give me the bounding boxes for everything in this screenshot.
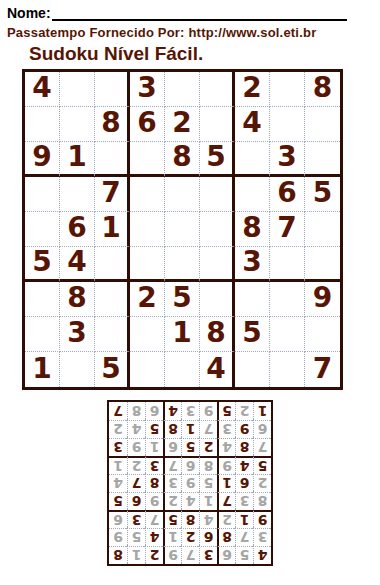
puzzle-cell-r8c1 [25, 317, 60, 352]
solution-cell-r8c1: 6 [253, 420, 271, 438]
puzzle-cell-r4c1 [25, 177, 60, 212]
puzzle-cell-r2c3: 8 [95, 107, 130, 142]
puzzle-cell-r8c8 [270, 317, 305, 352]
puzzle-cell-r8c5: 1 [165, 317, 200, 352]
solution-cell-r7c2: 8 [235, 438, 253, 456]
puzzle-cell-r5c1 [25, 212, 60, 247]
solution-cell-r5c8: 7 [127, 474, 145, 492]
puzzle-cell-r1c9: 8 [305, 72, 340, 107]
solution-cell-r9c9: 7 [109, 402, 127, 420]
puzzle-cell-r1c5 [165, 72, 200, 107]
puzzle-cell-r6c5 [165, 247, 200, 282]
solution-cell-r4c4: 1 [199, 492, 217, 510]
name-blank-line [52, 6, 347, 21]
puzzle-cell-r7c7 [235, 282, 270, 317]
puzzle-cell-r5c4 [130, 212, 165, 247]
solution-cell-r7c3: 4 [217, 438, 235, 456]
name-label: Nome: [7, 5, 51, 21]
puzzle-cell-r7c6 [200, 282, 235, 317]
puzzle-cell-r7c3 [95, 282, 130, 317]
puzzle-cell-r3c3 [95, 142, 130, 177]
solution-cell-r3c4: 4 [199, 510, 217, 528]
solution-cell-r9c6: 4 [163, 402, 181, 420]
puzzle-cell-r6c8 [270, 247, 305, 282]
sudoku-solution-grid-rotated: 4563792183786214599124857368371429652615… [107, 400, 273, 566]
solution-cell-r2c6: 1 [163, 528, 181, 546]
solution-cell-r6c2: 4 [235, 456, 253, 474]
solution-cell-r8c4: 7 [199, 420, 217, 438]
solution-cell-r6c7: 3 [145, 456, 163, 474]
solution-cell-r9c8: 8 [127, 402, 145, 420]
solution-cell-r6c6: 7 [163, 456, 181, 474]
puzzle-cell-r9c7 [235, 352, 270, 387]
puzzle-cell-r6c7: 3 [235, 247, 270, 282]
solution-cell-r4c2: 3 [235, 492, 253, 510]
puzzle-cell-r5c5 [165, 212, 200, 247]
puzzle-cell-r3c6: 5 [200, 142, 235, 177]
solution-cell-r5c9: 4 [109, 474, 127, 492]
solution-cell-r8c8: 4 [127, 420, 145, 438]
puzzle-cell-r7c1 [25, 282, 60, 317]
puzzle-cell-r4c6 [200, 177, 235, 212]
solution-cell-r3c6: 5 [163, 510, 181, 528]
sudoku-puzzle-grid: 43288624918537656187543825931851547 [22, 69, 343, 390]
solution-cell-r1c2: 5 [235, 546, 253, 564]
solution-cell-r7c8: 9 [127, 438, 145, 456]
puzzle-cell-r2c5: 2 [165, 107, 200, 142]
puzzle-cell-r6c9 [305, 247, 340, 282]
puzzle-cell-r5c9 [305, 212, 340, 247]
solution-cell-r1c3: 6 [217, 546, 235, 564]
solution-cell-r2c5: 2 [181, 528, 199, 546]
puzzle-cell-r4c7 [235, 177, 270, 212]
solution-cell-r4c9: 5 [109, 492, 127, 510]
puzzle-cell-r9c1: 1 [25, 352, 60, 387]
solution-cell-r3c9: 6 [109, 510, 127, 528]
solution-cell-r4c3: 7 [217, 492, 235, 510]
puzzle-cell-r2c8 [270, 107, 305, 142]
solution-cell-r3c1: 9 [253, 510, 271, 528]
solution-cell-r2c2: 7 [235, 528, 253, 546]
puzzle-cell-r8c7: 5 [235, 317, 270, 352]
solution-cell-r9c2: 2 [235, 402, 253, 420]
solution-cell-r4c5: 4 [181, 492, 199, 510]
solution-cell-r2c4: 6 [199, 528, 217, 546]
puzzle-cell-r9c5 [165, 352, 200, 387]
puzzle-cell-r4c8: 6 [270, 177, 305, 212]
puzzle-cell-r2c6 [200, 107, 235, 142]
puzzle-cell-r1c4: 3 [130, 72, 165, 107]
puzzle-cell-r4c5 [165, 177, 200, 212]
puzzle-cell-r7c4: 2 [130, 282, 165, 317]
solution-cell-r9c5: 3 [181, 402, 199, 420]
puzzle-cell-r9c2 [60, 352, 95, 387]
solution-cell-r1c1: 4 [253, 546, 271, 564]
solution-cell-r5c7: 8 [145, 474, 163, 492]
solution-cell-r8c5: 1 [181, 420, 199, 438]
solution-cell-r8c7: 5 [145, 420, 163, 438]
solution-cell-r1c6: 9 [163, 546, 181, 564]
puzzle-cell-r2c2 [60, 107, 95, 142]
solution-cell-r5c2: 6 [235, 474, 253, 492]
puzzle-cell-r1c2 [60, 72, 95, 107]
solution-cell-r2c9: 9 [109, 528, 127, 546]
puzzle-cell-r5c3: 1 [95, 212, 130, 247]
puzzle-cell-r2c4: 6 [130, 107, 165, 142]
puzzle-cell-r8c4 [130, 317, 165, 352]
solution-cell-r6c1: 5 [253, 456, 271, 474]
name-row: Nome: [7, 5, 347, 21]
puzzle-cell-r7c9: 9 [305, 282, 340, 317]
solution-cell-r7c7: 1 [145, 438, 163, 456]
solution-cell-r3c8: 3 [127, 510, 145, 528]
puzzle-cell-r4c9: 5 [305, 177, 340, 212]
puzzle-cell-r3c8: 3 [270, 142, 305, 177]
puzzle-cell-r1c6 [200, 72, 235, 107]
solution-cell-r7c5: 5 [181, 438, 199, 456]
solution-cell-r7c4: 2 [199, 438, 217, 456]
puzzle-cell-r7c5: 5 [165, 282, 200, 317]
solution-cell-r7c1: 7 [253, 438, 271, 456]
puzzle-cell-r8c2: 3 [60, 317, 95, 352]
puzzle-cell-r9c3: 5 [95, 352, 130, 387]
solution-cell-r4c8: 6 [127, 492, 145, 510]
puzzle-cell-r9c9: 7 [305, 352, 340, 387]
puzzle-cell-r6c4 [130, 247, 165, 282]
solution-cell-r3c7: 7 [145, 510, 163, 528]
solution-cell-r6c8: 2 [127, 456, 145, 474]
puzzle-cell-r3c2: 1 [60, 142, 95, 177]
puzzle-cell-r6c3 [95, 247, 130, 282]
solution-cell-r8c9: 2 [109, 420, 127, 438]
puzzle-cell-r3c9 [305, 142, 340, 177]
solution-cell-r1c4: 3 [199, 546, 217, 564]
solution-cell-r2c8: 5 [127, 528, 145, 546]
puzzle-cell-r8c6: 8 [200, 317, 235, 352]
puzzle-cell-r6c6 [200, 247, 235, 282]
puzzle-cell-r9c6: 4 [200, 352, 235, 387]
solution-cell-r5c6: 3 [163, 474, 181, 492]
solution-cell-r3c5: 8 [181, 510, 199, 528]
puzzle-cell-r3c1: 9 [25, 142, 60, 177]
page-title: Sudoku Nível Fácil. [29, 43, 380, 65]
solution-cell-r1c9: 8 [109, 546, 127, 564]
solution-cell-r5c3: 1 [217, 474, 235, 492]
solution-cell-r1c7: 2 [145, 546, 163, 564]
solution-cell-r2c7: 4 [145, 528, 163, 546]
solution-cell-r8c3: 3 [217, 420, 235, 438]
solution-cell-r4c7: 9 [145, 492, 163, 510]
puzzle-cell-r6c2: 4 [60, 247, 95, 282]
puzzle-cell-r1c8 [270, 72, 305, 107]
puzzle-cell-r4c3: 7 [95, 177, 130, 212]
puzzle-cell-r2c1 [25, 107, 60, 142]
solution-cell-r8c6: 8 [163, 420, 181, 438]
solution-cell-r9c3: 5 [217, 402, 235, 420]
solution-cell-r7c9: 3 [109, 438, 127, 456]
puzzle-cell-r9c8 [270, 352, 305, 387]
puzzle-cell-r5c8: 7 [270, 212, 305, 247]
solution-cell-r5c4: 5 [199, 474, 217, 492]
solution-cell-r6c3: 9 [217, 456, 235, 474]
solution-cell-r3c2: 1 [235, 510, 253, 528]
solution-cell-r9c7: 6 [145, 402, 163, 420]
solution-cell-r1c8: 1 [127, 546, 145, 564]
puzzle-cell-r9c4 [130, 352, 165, 387]
puzzle-cell-r8c3 [95, 317, 130, 352]
puzzle-cell-r6c1: 5 [25, 247, 60, 282]
puzzle-cell-r7c8 [270, 282, 305, 317]
solution-cell-r2c3: 8 [217, 528, 235, 546]
puzzle-cell-r2c7: 4 [235, 107, 270, 142]
solution-cell-r1c5: 7 [181, 546, 199, 564]
puzzle-cell-r4c2 [60, 177, 95, 212]
puzzle-cell-r3c5: 8 [165, 142, 200, 177]
puzzle-cell-r7c2: 8 [60, 282, 95, 317]
solution-cell-r4c6: 2 [163, 492, 181, 510]
puzzle-cell-r8c9 [305, 317, 340, 352]
solution-cell-r8c2: 9 [235, 420, 253, 438]
provider-line: Passatempo Fornecido Por: http://www.sol… [7, 25, 380, 40]
solution-cell-r4c1: 8 [253, 492, 271, 510]
solution-cell-r2c1: 3 [253, 528, 271, 546]
solution-cell-r7c6: 6 [163, 438, 181, 456]
puzzle-cell-r1c3 [95, 72, 130, 107]
puzzle-cell-r5c7: 8 [235, 212, 270, 247]
puzzle-cell-r5c2: 6 [60, 212, 95, 247]
puzzle-cell-r1c7: 2 [235, 72, 270, 107]
solution-cell-r5c5: 9 [181, 474, 199, 492]
solution-cell-r6c5: 6 [181, 456, 199, 474]
puzzle-cell-r3c7 [235, 142, 270, 177]
solution-cell-r5c1: 2 [253, 474, 271, 492]
puzzle-cell-r1c1: 4 [25, 72, 60, 107]
puzzle-cell-r3c4 [130, 142, 165, 177]
solution-cell-r9c1: 1 [253, 402, 271, 420]
solution-cell-r6c9: 1 [109, 456, 127, 474]
solution-cell-r6c4: 8 [199, 456, 217, 474]
solution-cell-r3c3: 2 [217, 510, 235, 528]
solution-cell-r9c4: 9 [199, 402, 217, 420]
puzzle-cell-r5c6 [200, 212, 235, 247]
puzzle-cell-r4c4 [130, 177, 165, 212]
puzzle-cell-r2c9 [305, 107, 340, 142]
